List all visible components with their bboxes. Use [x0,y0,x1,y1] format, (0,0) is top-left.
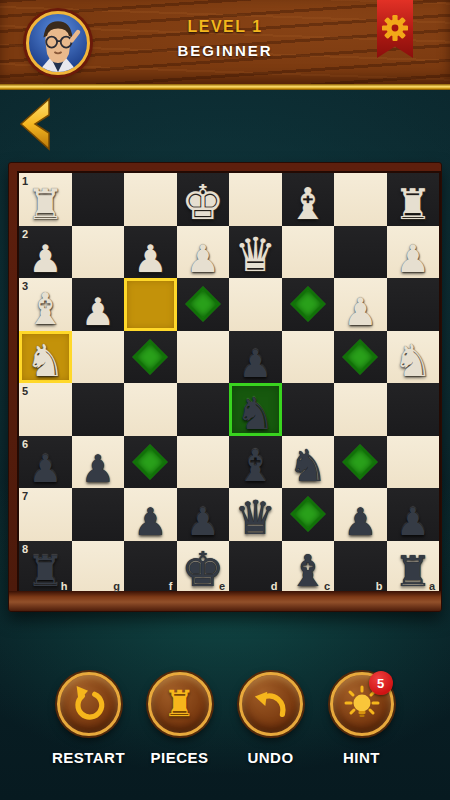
black-knight-c6[interactable]: ♞ [288,444,327,488]
square-f4[interactable] [124,331,177,384]
black-pawn-f7[interactable]: ♟ [133,503,167,541]
square-g5[interactable] [72,383,125,436]
white-pawn-g3[interactable]: ♟ [81,293,115,331]
square-a5[interactable] [387,383,440,436]
black-pawn-b7[interactable]: ♟ [343,503,377,541]
square-e4[interactable] [177,331,230,384]
move-hint-diamond-f4[interactable] [133,339,168,374]
header-divider [0,84,450,90]
square-c5[interactable] [282,383,335,436]
white-bishop-c1[interactable]: ♝ [288,182,327,226]
rook-icon: ♜ [163,686,195,722]
white-rook-h1[interactable]: ♜ [26,184,64,226]
white-pawn-b3[interactable]: ♟ [343,293,377,331]
square-e2[interactable]: ♟ [177,226,230,279]
white-rook-a1[interactable]: ♜ [394,184,432,226]
square-c6[interactable]: ♞ [282,436,335,489]
undo-label: UNDO [247,749,293,766]
move-hint-diamond-c3[interactable] [290,287,325,322]
white-knight-h4[interactable]: ♞ [26,339,65,383]
square-e5[interactable] [177,383,230,436]
undo-button[interactable]: UNDO [225,672,316,766]
restart-label: RESTART [52,749,125,766]
square-b2[interactable] [334,226,387,279]
square-h5[interactable]: 5 [19,383,72,436]
square-g1[interactable] [72,173,125,226]
square-c2[interactable] [282,226,335,279]
black-pawn-h6[interactable]: ♟ [28,450,62,488]
black-bishop-c8[interactable]: ♝ [288,549,327,593]
square-b5[interactable] [334,383,387,436]
square-d7[interactable]: ♛ [229,488,282,541]
black-rook-a8[interactable]: ♜ [394,551,432,593]
restart-button[interactable]: RESTART [43,672,134,766]
move-hint-diamond-f6[interactable] [133,444,168,479]
square-e8[interactable]: e♚ [177,541,230,594]
hint-count-badge: 5 [369,671,393,695]
square-g3[interactable]: ♟ [72,278,125,331]
square-g2[interactable] [72,226,125,279]
square-h6[interactable]: 6♟ [19,436,72,489]
undo-arrow-icon [252,685,290,723]
square-a2[interactable]: ♟ [387,226,440,279]
controls-bar: RESTART ♜ PIECES UNDO [0,672,450,766]
square-f6[interactable] [124,436,177,489]
square-d2[interactable]: ♛ [229,226,282,279]
white-king-e1[interactable]: ♚ [181,178,224,226]
square-d5[interactable]: ♞ [229,383,282,436]
black-knight-d5[interactable]: ♞ [236,392,275,436]
restart-arrow-icon [70,685,108,723]
square-d6[interactable]: ♝ [229,436,282,489]
square-h3[interactable]: 3♝ [19,278,72,331]
hint-button[interactable]: 5 HINT [316,672,407,766]
app-screen: LEVEL 1 BEGINNER [0,0,450,800]
square-a1[interactable]: ♜ [387,173,440,226]
square-h8[interactable]: 8h♜ [19,541,72,594]
pieces-button[interactable]: ♜ PIECES [134,672,225,766]
square-b6[interactable] [334,436,387,489]
back-chevron-icon [13,96,55,154]
chess-board: 1♜♚♝♜2♟♟♟♛♟3♝♟♟♞♟♞5♞6♟♟♝♞7♟♟♛♟♟8h♜gfe♚dc… [8,162,442,612]
square-d3[interactable] [229,278,282,331]
square-c8[interactable]: c♝ [282,541,335,594]
square-c3[interactable] [282,278,335,331]
square-e1[interactable]: ♚ [177,173,230,226]
undo-circle [239,672,303,736]
white-bishop-h3[interactable]: ♝ [26,287,65,331]
back-button[interactable] [13,96,55,154]
black-pawn-g6[interactable]: ♟ [81,450,115,488]
square-b3[interactable]: ♟ [334,278,387,331]
pieces-label: PIECES [150,749,208,766]
board-frame [9,591,441,611]
square-d8[interactable]: d [229,541,282,594]
square-f3[interactable] [124,278,177,331]
square-a3[interactable] [387,278,440,331]
square-a4[interactable]: ♞ [387,331,440,384]
square-d4[interactable]: ♟ [229,331,282,384]
black-pawn-a7[interactable]: ♟ [396,503,430,541]
square-b8[interactable]: b [334,541,387,594]
hint-circle: 5 [330,672,394,736]
square-g6[interactable]: ♟ [72,436,125,489]
move-hint-diamond-e3[interactable] [185,287,220,322]
square-f5[interactable] [124,383,177,436]
restart-circle [57,672,121,736]
gear-icon [379,12,411,44]
black-pawn-d4[interactable]: ♟ [238,345,272,383]
square-h7[interactable]: 7 [19,488,72,541]
black-bishop-d6[interactable]: ♝ [236,444,275,488]
white-pawn-f2[interactable]: ♟ [133,240,167,278]
square-c7[interactable] [282,488,335,541]
square-e6[interactable] [177,436,230,489]
square-g4[interactable] [72,331,125,384]
square-g7[interactable] [72,488,125,541]
file-label-g: g [113,580,120,592]
rank-label-6: 6 [22,438,28,450]
square-f8[interactable]: f [124,541,177,594]
square-g8[interactable]: g [72,541,125,594]
square-c4[interactable] [282,331,335,384]
square-h2[interactable]: 2♟ [19,226,72,279]
white-pawn-e2[interactable]: ♟ [186,240,220,278]
top-bar: LEVEL 1 BEGINNER [0,0,450,90]
file-label-d: d [271,580,278,592]
square-a6[interactable] [387,436,440,489]
square-d1[interactable] [229,173,282,226]
white-knight-a4[interactable]: ♞ [393,339,432,383]
black-pawn-e7[interactable]: ♟ [186,503,220,541]
pieces-circle: ♜ [148,672,212,736]
rank-label-7: 7 [22,490,28,502]
move-hint-diamond-c7[interactable] [290,497,325,532]
white-queen-d2[interactable]: ♛ [234,231,276,278]
board-grid: 1♜♚♝♜2♟♟♟♛♟3♝♟♟♞♟♞5♞6♟♟♝♞7♟♟♛♟♟8h♜gfe♚dc… [19,173,439,593]
rank-label-5: 5 [22,385,28,397]
white-pawn-a2[interactable]: ♟ [396,240,430,278]
square-f1[interactable] [124,173,177,226]
square-a7[interactable]: ♟ [387,488,440,541]
square-f7[interactable]: ♟ [124,488,177,541]
square-c1[interactable]: ♝ [282,173,335,226]
file-label-f: f [169,580,173,592]
hint-label: HINT [343,749,380,766]
black-queen-d7[interactable]: ♛ [234,494,276,541]
square-b1[interactable] [334,173,387,226]
square-e7[interactable]: ♟ [177,488,230,541]
black-rook-h8[interactable]: ♜ [26,551,64,593]
square-b7[interactable]: ♟ [334,488,387,541]
square-e3[interactable] [177,278,230,331]
file-label-b: b [376,580,383,592]
square-a8[interactable]: a♜ [387,541,440,594]
black-king-e8[interactable]: ♚ [181,545,224,593]
square-h1[interactable]: 1♜ [19,173,72,226]
rank-label-2: 2 [22,228,28,240]
move-hint-diamond-b4[interactable] [343,339,378,374]
move-hint-diamond-b6[interactable] [343,444,378,479]
white-pawn-h2[interactable]: ♟ [28,240,62,278]
square-f2[interactable]: ♟ [124,226,177,279]
square-h4[interactable]: ♞ [19,331,72,384]
square-b4[interactable] [334,331,387,384]
